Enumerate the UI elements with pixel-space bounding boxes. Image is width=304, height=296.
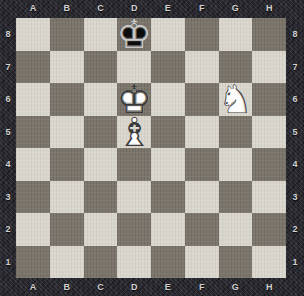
- square-a6[interactable]: [16, 83, 50, 116]
- square-g7[interactable]: [219, 51, 253, 84]
- square-g6[interactable]: ♞♘: [219, 83, 253, 116]
- rank-label-5: 5: [286, 116, 304, 149]
- square-b2[interactable]: [50, 213, 84, 246]
- square-b8[interactable]: [50, 18, 84, 51]
- square-g3[interactable]: [219, 181, 253, 214]
- square-d6[interactable]: ♚♔: [117, 83, 151, 116]
- rank-label-8: 8: [0, 18, 16, 51]
- file-label-c: C: [84, 279, 118, 295]
- file-label-b: B: [50, 279, 84, 295]
- square-c8[interactable]: [84, 18, 118, 51]
- file-label-f: F: [185, 0, 219, 15]
- square-h1[interactable]: [252, 246, 286, 279]
- square-c5[interactable]: [84, 116, 118, 149]
- rank-label-1: 1: [0, 246, 16, 279]
- square-c7[interactable]: [84, 51, 118, 84]
- rank-label-2: 2: [286, 213, 304, 246]
- square-d4[interactable]: [117, 148, 151, 181]
- file-label-c: C: [84, 0, 118, 15]
- square-f8[interactable]: [185, 18, 219, 51]
- square-h7[interactable]: [252, 51, 286, 84]
- rank-label-8: 8: [286, 18, 304, 51]
- square-g4[interactable]: [219, 148, 253, 181]
- rank-label-1: 1: [286, 246, 304, 279]
- chess-board[interactable]: ♚♔♚♔♞♘♝♗: [16, 18, 286, 278]
- square-c1[interactable]: [84, 246, 118, 279]
- white-bishop-piece[interactable]: ♝: [117, 116, 151, 149]
- white-king-piece-outline: ♔: [117, 83, 151, 116]
- rank-label-2: 2: [0, 213, 16, 246]
- square-c3[interactable]: [84, 181, 118, 214]
- rank-label-3: 3: [0, 181, 16, 214]
- square-h6[interactable]: [252, 83, 286, 116]
- rank-labels-right: 87654321: [286, 18, 304, 278]
- square-g8[interactable]: [219, 18, 253, 51]
- square-d8[interactable]: ♚♔: [117, 18, 151, 51]
- rank-label-6: 6: [0, 83, 16, 116]
- rank-label-6: 6: [286, 83, 304, 116]
- square-a3[interactable]: [16, 181, 50, 214]
- square-d5[interactable]: ♝♗: [117, 116, 151, 149]
- square-d2[interactable]: [117, 213, 151, 246]
- square-c4[interactable]: [84, 148, 118, 181]
- square-f5[interactable]: [185, 116, 219, 149]
- white-knight-piece[interactable]: ♞: [219, 83, 253, 116]
- square-f2[interactable]: [185, 213, 219, 246]
- rank-label-7: 7: [0, 51, 16, 84]
- file-label-a: A: [16, 279, 50, 295]
- square-c6[interactable]: [84, 83, 118, 116]
- file-labels-top: ABCDEFGH: [16, 0, 286, 15]
- square-c2[interactable]: [84, 213, 118, 246]
- square-e5[interactable]: [151, 116, 185, 149]
- square-g5[interactable]: [219, 116, 253, 149]
- white-knight-piece-outline: ♘: [219, 83, 253, 116]
- file-label-e: E: [151, 0, 185, 15]
- square-e2[interactable]: [151, 213, 185, 246]
- square-h4[interactable]: [252, 148, 286, 181]
- file-label-h: H: [252, 0, 286, 15]
- square-a8[interactable]: [16, 18, 50, 51]
- square-e3[interactable]: [151, 181, 185, 214]
- square-e6[interactable]: [151, 83, 185, 116]
- rank-label-7: 7: [286, 51, 304, 84]
- file-labels-bottom: ABCDEFGH: [16, 279, 286, 295]
- square-b3[interactable]: [50, 181, 84, 214]
- square-b1[interactable]: [50, 246, 84, 279]
- square-f3[interactable]: [185, 181, 219, 214]
- square-d1[interactable]: [117, 246, 151, 279]
- square-g2[interactable]: [219, 213, 253, 246]
- square-h2[interactable]: [252, 213, 286, 246]
- white-bishop-piece-outline: ♗: [117, 116, 151, 149]
- square-b5[interactable]: [50, 116, 84, 149]
- square-a1[interactable]: [16, 246, 50, 279]
- square-b6[interactable]: [50, 83, 84, 116]
- square-a2[interactable]: [16, 213, 50, 246]
- square-f1[interactable]: [185, 246, 219, 279]
- square-a7[interactable]: [16, 51, 50, 84]
- square-e7[interactable]: [151, 51, 185, 84]
- white-king-piece[interactable]: ♚: [117, 83, 151, 116]
- chessboard-diagram: ABCDEFGH ABCDEFGH 87654321 87654321 ♚♔♚♔…: [0, 0, 304, 296]
- rank-labels-left: 87654321: [0, 18, 16, 278]
- square-h3[interactable]: [252, 181, 286, 214]
- file-label-a: A: [16, 0, 50, 15]
- square-b4[interactable]: [50, 148, 84, 181]
- square-d3[interactable]: [117, 181, 151, 214]
- square-f6[interactable]: [185, 83, 219, 116]
- file-label-f: F: [185, 279, 219, 295]
- file-label-b: B: [50, 0, 84, 15]
- file-label-d: D: [117, 279, 151, 295]
- file-label-g: G: [219, 0, 253, 15]
- square-b7[interactable]: [50, 51, 84, 84]
- square-a5[interactable]: [16, 116, 50, 149]
- file-label-d: D: [117, 0, 151, 15]
- file-label-h: H: [252, 279, 286, 295]
- rank-label-4: 4: [286, 148, 304, 181]
- rank-label-4: 4: [0, 148, 16, 181]
- black-king-piece-outline: ♔: [117, 18, 151, 51]
- square-g1[interactable]: [219, 246, 253, 279]
- square-f4[interactable]: [185, 148, 219, 181]
- square-e4[interactable]: [151, 148, 185, 181]
- file-label-e: E: [151, 279, 185, 295]
- square-e1[interactable]: [151, 246, 185, 279]
- square-e8[interactable]: [151, 18, 185, 51]
- square-h5[interactable]: [252, 116, 286, 149]
- square-d7[interactable]: [117, 51, 151, 84]
- square-f7[interactable]: [185, 51, 219, 84]
- rank-label-3: 3: [286, 181, 304, 214]
- rank-label-5: 5: [0, 116, 16, 149]
- file-label-g: G: [219, 279, 253, 295]
- square-a4[interactable]: [16, 148, 50, 181]
- square-h8[interactable]: [252, 18, 286, 51]
- black-king-piece[interactable]: ♚: [117, 18, 151, 51]
